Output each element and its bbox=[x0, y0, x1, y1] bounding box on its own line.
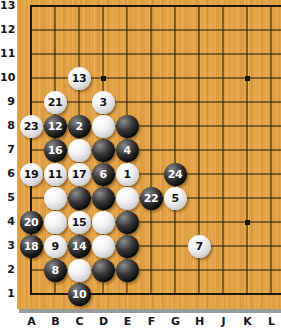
stone-number: 14 bbox=[72, 240, 86, 253]
col-label-G: G bbox=[167, 315, 184, 329]
stone-B5-white[interactable] bbox=[44, 187, 67, 210]
stone-number: 4 bbox=[123, 144, 130, 157]
stone-B2-black-move8[interactable]: 8 bbox=[44, 259, 67, 282]
stone-number: 20 bbox=[24, 216, 38, 229]
row-label-5: 5 bbox=[0, 191, 15, 205]
row-label-8: 8 bbox=[0, 119, 15, 133]
stone-number: 5 bbox=[171, 192, 178, 205]
stone-number: 3 bbox=[99, 96, 106, 109]
stone-C1-black-move10[interactable]: 10 bbox=[68, 283, 91, 306]
row-label-3: 3 bbox=[0, 239, 15, 253]
stone-number: 9 bbox=[51, 240, 58, 253]
stone-D7-black[interactable] bbox=[92, 139, 115, 162]
stone-E2-black[interactable] bbox=[116, 259, 139, 282]
stone-A4-black-move20[interactable]: 20 bbox=[20, 211, 43, 234]
stone-number: 18 bbox=[24, 240, 38, 253]
stone-number: 1 bbox=[123, 168, 130, 181]
col-label-C: C bbox=[71, 315, 88, 329]
stone-C5-black[interactable] bbox=[68, 187, 91, 210]
stone-number: 21 bbox=[48, 96, 62, 109]
stone-number: 24 bbox=[168, 168, 182, 181]
stone-D2-black[interactable] bbox=[92, 259, 115, 282]
col-label-K: K bbox=[239, 315, 256, 329]
stone-F5-black-move22[interactable]: 22 bbox=[140, 187, 163, 210]
stone-B3-white-move9[interactable]: 9 bbox=[44, 235, 67, 258]
stone-E7-black-move4[interactable]: 4 bbox=[116, 139, 139, 162]
stone-G6-black-move24[interactable]: 24 bbox=[164, 163, 187, 186]
stone-B9-white-move21[interactable]: 21 bbox=[44, 91, 67, 114]
stone-B6-white-move11[interactable]: 11 bbox=[44, 163, 67, 186]
stone-number: 19 bbox=[24, 168, 38, 181]
stone-C3-black-move14[interactable]: 14 bbox=[68, 235, 91, 258]
stone-C2-white[interactable] bbox=[68, 259, 91, 282]
stone-A6-white-move19[interactable]: 19 bbox=[20, 163, 43, 186]
row-label-6: 6 bbox=[0, 167, 15, 181]
row-label-1: 1 bbox=[0, 287, 15, 301]
stone-number: 16 bbox=[48, 144, 62, 157]
star-point-K4 bbox=[245, 220, 250, 225]
stone-B7-black-move16[interactable]: 16 bbox=[44, 139, 67, 162]
stone-G5-white-move5[interactable]: 5 bbox=[164, 187, 187, 210]
star-point-K10 bbox=[245, 76, 250, 81]
col-label-A: A bbox=[23, 315, 40, 329]
go-board-window: 13121110987654321 ABCDEFGHJKL 1321323122… bbox=[0, 0, 281, 332]
col-label-B: B bbox=[47, 315, 64, 329]
stone-D4-white[interactable] bbox=[92, 211, 115, 234]
stone-number: 13 bbox=[72, 72, 86, 85]
stone-D8-white[interactable] bbox=[92, 115, 115, 138]
stone-E5-white[interactable] bbox=[116, 187, 139, 210]
stone-E3-black[interactable] bbox=[116, 235, 139, 258]
stone-D9-white-move3[interactable]: 3 bbox=[92, 91, 115, 114]
stone-C7-white[interactable] bbox=[68, 139, 91, 162]
col-label-F: F bbox=[143, 315, 160, 329]
row-label-7: 7 bbox=[0, 143, 15, 157]
stone-A3-black-move18[interactable]: 18 bbox=[20, 235, 43, 258]
stone-B8-black-move12[interactable]: 12 bbox=[44, 115, 67, 138]
stone-E6-white-move1[interactable]: 1 bbox=[116, 163, 139, 186]
stone-number: 17 bbox=[72, 168, 86, 181]
row-label-9: 9 bbox=[0, 95, 15, 109]
star-point-D10 bbox=[101, 76, 106, 81]
stone-H3-white-move7[interactable]: 7 bbox=[188, 235, 211, 258]
stone-A8-white-move23[interactable]: 23 bbox=[20, 115, 43, 138]
stone-C6-white-move17[interactable]: 17 bbox=[68, 163, 91, 186]
stone-C8-black-move2[interactable]: 2 bbox=[68, 115, 91, 138]
stone-number: 22 bbox=[144, 192, 158, 205]
row-label-12: 12 bbox=[0, 23, 15, 37]
row-label-4: 4 bbox=[0, 215, 15, 229]
stone-number: 7 bbox=[195, 240, 202, 253]
col-label-H: H bbox=[191, 315, 208, 329]
stone-number: 15 bbox=[72, 216, 86, 229]
stone-C4-white-move15[interactable]: 15 bbox=[68, 211, 91, 234]
col-label-J: J bbox=[215, 315, 232, 329]
stone-B4-white[interactable] bbox=[44, 211, 67, 234]
stone-E4-black[interactable] bbox=[116, 211, 139, 234]
col-label-E: E bbox=[119, 315, 136, 329]
stone-D5-black[interactable] bbox=[92, 187, 115, 210]
grid-lines bbox=[0, 0, 281, 332]
col-label-D: D bbox=[95, 315, 112, 329]
stone-number: 23 bbox=[24, 120, 38, 133]
stone-D3-white[interactable] bbox=[92, 235, 115, 258]
stone-number: 10 bbox=[72, 288, 86, 301]
stone-E8-black[interactable] bbox=[116, 115, 139, 138]
stone-number: 12 bbox=[48, 120, 62, 133]
stone-number: 8 bbox=[51, 264, 58, 277]
stone-number: 2 bbox=[75, 120, 82, 133]
stone-C10-white-move13[interactable]: 13 bbox=[68, 67, 91, 90]
stone-number: 11 bbox=[48, 168, 62, 181]
row-label-11: 11 bbox=[0, 47, 15, 61]
row-label-13: 13 bbox=[0, 0, 15, 13]
row-label-10: 10 bbox=[0, 71, 15, 85]
row-label-2: 2 bbox=[0, 263, 15, 277]
col-label-L: L bbox=[263, 315, 280, 329]
stone-number: 6 bbox=[99, 168, 106, 181]
stone-D6-black-move6[interactable]: 6 bbox=[92, 163, 115, 186]
